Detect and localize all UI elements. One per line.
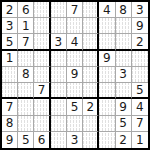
cell-r5c6[interactable]: [83, 67, 99, 83]
cell-r2c9[interactable]: 9: [132, 18, 148, 34]
cell-r6c6[interactable]: [83, 83, 99, 99]
cell-r2c3[interactable]: [34, 18, 50, 34]
cell-r5c5[interactable]: 9: [67, 67, 83, 83]
cell-r9c6[interactable]: [83, 132, 99, 148]
cell-r1c2[interactable]: 6: [18, 2, 34, 18]
cell-r4c3[interactable]: [34, 51, 50, 67]
cell-r3c6[interactable]: [83, 34, 99, 50]
cell-r1c8[interactable]: 8: [116, 2, 132, 18]
cell-r2c1[interactable]: 3: [2, 18, 18, 34]
cell-r9c3[interactable]: 6: [34, 132, 50, 148]
cell-r1c9[interactable]: 3: [132, 2, 148, 18]
cell-r9c9[interactable]: 1: [132, 132, 148, 148]
cell-r3c2[interactable]: 7: [18, 34, 34, 50]
cell-r3c8[interactable]: [116, 34, 132, 50]
cell-r2c4[interactable]: [51, 18, 67, 34]
sudoku-board: 26748331957342198937575294857956321: [0, 0, 150, 150]
cell-r6c3[interactable]: 7: [34, 83, 50, 99]
cell-r7c8[interactable]: 9: [116, 99, 132, 115]
cell-r8c2[interactable]: [18, 116, 34, 132]
cell-r9c8[interactable]: 2: [116, 132, 132, 148]
cell-r9c4[interactable]: [51, 132, 67, 148]
cell-r2c2[interactable]: 1: [18, 18, 34, 34]
cell-r6c2[interactable]: [18, 83, 34, 99]
cell-r7c4[interactable]: [51, 99, 67, 115]
cell-r8c6[interactable]: [83, 116, 99, 132]
cell-r4c2[interactable]: [18, 51, 34, 67]
cell-r1c4[interactable]: [51, 2, 67, 18]
cell-r5c1[interactable]: [2, 67, 18, 83]
cell-r6c8[interactable]: [116, 83, 132, 99]
cell-r2c8[interactable]: [116, 18, 132, 34]
cell-r1c7[interactable]: 4: [99, 2, 115, 18]
cell-r7c7[interactable]: [99, 99, 115, 115]
cell-r3c9[interactable]: 2: [132, 34, 148, 50]
cell-r8c3[interactable]: [34, 116, 50, 132]
cell-r6c1[interactable]: [2, 83, 18, 99]
cell-r6c5[interactable]: [67, 83, 83, 99]
cell-r3c7[interactable]: [99, 34, 115, 50]
cell-r9c7[interactable]: [99, 132, 115, 148]
cell-r8c9[interactable]: 7: [132, 116, 148, 132]
cell-r7c6[interactable]: 2: [83, 99, 99, 115]
cell-r7c3[interactable]: [34, 99, 50, 115]
cell-r5c9[interactable]: [132, 67, 148, 83]
cell-r8c8[interactable]: 5: [116, 116, 132, 132]
cell-r4c4[interactable]: [51, 51, 67, 67]
cell-r6c4[interactable]: [51, 83, 67, 99]
cell-r5c2[interactable]: 8: [18, 67, 34, 83]
cell-r4c9[interactable]: [132, 51, 148, 67]
cell-r7c2[interactable]: [18, 99, 34, 115]
cell-r8c5[interactable]: [67, 116, 83, 132]
cell-r6c7[interactable]: [99, 83, 115, 99]
cell-r2c5[interactable]: [67, 18, 83, 34]
cell-r9c5[interactable]: 3: [67, 132, 83, 148]
cell-r8c1[interactable]: 8: [2, 116, 18, 132]
cell-r1c3[interactable]: [34, 2, 50, 18]
cell-r2c6[interactable]: [83, 18, 99, 34]
cell-r9c2[interactable]: 5: [18, 132, 34, 148]
cell-r1c5[interactable]: 7: [67, 2, 83, 18]
cell-r5c8[interactable]: 3: [116, 67, 132, 83]
cell-r9c1[interactable]: 9: [2, 132, 18, 148]
cell-r7c5[interactable]: 5: [67, 99, 83, 115]
cell-r7c1[interactable]: 7: [2, 99, 18, 115]
cell-r6c9[interactable]: 5: [132, 83, 148, 99]
cell-r4c1[interactable]: 1: [2, 51, 18, 67]
cell-r3c4[interactable]: 3: [51, 34, 67, 50]
cell-r2c7[interactable]: [99, 18, 115, 34]
cell-r1c6[interactable]: [83, 2, 99, 18]
cell-r4c8[interactable]: [116, 51, 132, 67]
cell-r5c4[interactable]: [51, 67, 67, 83]
cell-r8c7[interactable]: [99, 116, 115, 132]
cell-r4c7[interactable]: 9: [99, 51, 115, 67]
cell-r4c5[interactable]: [67, 51, 83, 67]
cell-r3c5[interactable]: 4: [67, 34, 83, 50]
cell-r7c9[interactable]: 4: [132, 99, 148, 115]
cell-r4c6[interactable]: [83, 51, 99, 67]
cell-r5c3[interactable]: [34, 67, 50, 83]
cell-r8c4[interactable]: [51, 116, 67, 132]
cell-r1c1[interactable]: 2: [2, 2, 18, 18]
cell-r5c7[interactable]: [99, 67, 115, 83]
cell-r3c3[interactable]: [34, 34, 50, 50]
cell-r3c1[interactable]: 5: [2, 34, 18, 50]
